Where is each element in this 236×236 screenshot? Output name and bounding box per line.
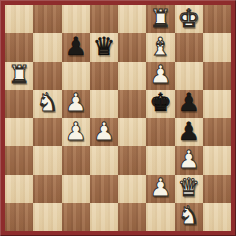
square-h6[interactable] (203, 62, 231, 90)
square-a3[interactable] (5, 146, 33, 174)
white-rook-icon: ♜ (8, 62, 30, 87)
square-e5[interactable] (118, 90, 146, 118)
square-f8[interactable]: ♜ (146, 5, 174, 33)
square-b2[interactable] (33, 175, 61, 203)
square-g8[interactable]: ♚ (175, 5, 203, 33)
square-f2[interactable]: ♟ (146, 175, 174, 203)
square-f6[interactable]: ♟ (146, 62, 174, 90)
square-a4[interactable] (5, 118, 33, 146)
square-g1[interactable]: ♞ (175, 203, 203, 231)
square-b8[interactable] (33, 5, 61, 33)
square-a1[interactable] (5, 203, 33, 231)
square-a5[interactable] (5, 90, 33, 118)
square-f1[interactable] (146, 203, 174, 231)
square-g4[interactable]: ♟ (175, 118, 203, 146)
square-g6[interactable] (175, 62, 203, 90)
square-h3[interactable] (203, 146, 231, 174)
square-b6[interactable] (33, 62, 61, 90)
square-f4[interactable] (146, 118, 174, 146)
square-d6[interactable] (90, 62, 118, 90)
square-d5[interactable] (90, 90, 118, 118)
square-d8[interactable] (90, 5, 118, 33)
square-d3[interactable] (90, 146, 118, 174)
square-f3[interactable] (146, 146, 174, 174)
square-c8[interactable] (62, 5, 90, 33)
white-pawn-icon: ♟ (149, 62, 171, 87)
square-d7[interactable]: ♛ (90, 33, 118, 61)
square-f7[interactable]: ♝ (146, 33, 174, 61)
square-h8[interactable] (203, 5, 231, 33)
square-e7[interactable] (118, 33, 146, 61)
square-e4[interactable] (118, 118, 146, 146)
square-a2[interactable] (5, 175, 33, 203)
white-pawn-icon: ♟ (149, 175, 171, 200)
square-d1[interactable] (90, 203, 118, 231)
square-c2[interactable] (62, 175, 90, 203)
square-e2[interactable] (118, 175, 146, 203)
square-a8[interactable] (5, 5, 33, 33)
square-d2[interactable] (90, 175, 118, 203)
white-pawn-icon: ♟ (64, 119, 86, 144)
black-king-icon: ♚ (149, 90, 171, 115)
square-h4[interactable] (203, 118, 231, 146)
square-a6[interactable]: ♜ (5, 62, 33, 90)
square-b7[interactable] (33, 33, 61, 61)
square-c5[interactable]: ♟ (62, 90, 90, 118)
square-b4[interactable] (33, 118, 61, 146)
white-pawn-icon: ♟ (64, 90, 86, 115)
white-pawn-icon: ♟ (93, 119, 115, 144)
square-e1[interactable] (118, 203, 146, 231)
white-king-icon: ♚ (177, 6, 199, 31)
square-c6[interactable] (62, 62, 90, 90)
square-b1[interactable] (33, 203, 61, 231)
square-c4[interactable]: ♟ (62, 118, 90, 146)
square-g7[interactable] (175, 33, 203, 61)
black-queen-icon: ♛ (93, 34, 115, 59)
square-b3[interactable] (33, 146, 61, 174)
square-b5[interactable]: ♞ (33, 90, 61, 118)
black-pawn-icon: ♟ (64, 34, 86, 59)
square-g2[interactable]: ♛ (175, 175, 203, 203)
square-h2[interactable] (203, 175, 231, 203)
square-c1[interactable] (62, 203, 90, 231)
square-h5[interactable] (203, 90, 231, 118)
board-frame: ♜♚♟♛♝♜♟♞♟♚♟♟♟♟♟♟♛♞ (0, 0, 236, 236)
square-f5[interactable]: ♚ (146, 90, 174, 118)
square-g5[interactable]: ♟ (175, 90, 203, 118)
white-knight-icon: ♞ (177, 203, 199, 228)
white-queen-icon: ♛ (177, 175, 199, 200)
square-e3[interactable] (118, 146, 146, 174)
square-a7[interactable] (5, 33, 33, 61)
square-g3[interactable]: ♟ (175, 146, 203, 174)
white-rook-icon: ♜ (149, 6, 171, 31)
square-d4[interactable]: ♟ (90, 118, 118, 146)
square-h7[interactable] (203, 33, 231, 61)
square-h1[interactable] (203, 203, 231, 231)
white-pawn-icon: ♟ (177, 147, 199, 172)
black-pawn-icon: ♟ (177, 119, 199, 144)
square-e8[interactable] (118, 5, 146, 33)
white-knight-icon: ♞ (36, 90, 58, 115)
square-c3[interactable] (62, 146, 90, 174)
white-bishop-icon: ♝ (149, 34, 171, 59)
square-c7[interactable]: ♟ (62, 33, 90, 61)
chess-board: ♜♚♟♛♝♜♟♞♟♚♟♟♟♟♟♟♛♞ (5, 5, 231, 231)
square-e6[interactable] (118, 62, 146, 90)
black-pawn-icon: ♟ (177, 90, 199, 115)
